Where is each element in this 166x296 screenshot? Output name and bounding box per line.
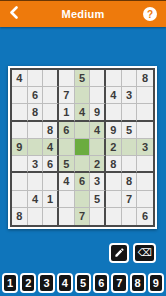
cell-r2c9[interactable] bbox=[137, 87, 153, 104]
app-header: Medium ? bbox=[0, 0, 166, 27]
cell-r3c9[interactable] bbox=[137, 104, 153, 121]
cell-r3c7[interactable] bbox=[106, 104, 122, 121]
cell-r4c6[interactable]: 4 bbox=[90, 122, 106, 139]
cell-r5c4[interactable] bbox=[59, 139, 75, 156]
cell-r4c9[interactable] bbox=[137, 122, 153, 139]
back-button[interactable] bbox=[9, 5, 18, 23]
num-button-5[interactable]: 5 bbox=[75, 273, 91, 293]
cell-r2c7[interactable]: 4 bbox=[106, 87, 122, 104]
cell-r2c4[interactable]: 7 bbox=[59, 87, 75, 104]
cell-r1c1[interactable]: 4 bbox=[12, 70, 28, 87]
cell-r6c1[interactable] bbox=[12, 156, 28, 173]
cell-r6c4[interactable]: 5 bbox=[59, 156, 75, 173]
cell-r7c8[interactable]: 8 bbox=[122, 173, 138, 190]
cell-r4c3[interactable]: 8 bbox=[43, 122, 59, 139]
cell-r3c5[interactable]: 4 bbox=[75, 104, 91, 121]
cell-r3c6[interactable]: 9 bbox=[90, 104, 106, 121]
cell-r5c7[interactable]: 2 bbox=[106, 139, 122, 156]
num-button-1[interactable]: 1 bbox=[2, 273, 18, 293]
cell-r9c8[interactable] bbox=[122, 208, 138, 225]
question-mark-icon: ? bbox=[147, 9, 153, 20]
cell-r8c6[interactable]: 5 bbox=[90, 191, 106, 208]
cell-r4c8[interactable]: 5 bbox=[122, 122, 138, 139]
cell-r1c4[interactable] bbox=[59, 70, 75, 87]
sudoku-grid: 458674381498649594233652846384157876 bbox=[10, 68, 155, 227]
num-button-6[interactable]: 6 bbox=[93, 273, 109, 293]
cell-r7c9[interactable] bbox=[137, 173, 153, 190]
cell-r8c7[interactable] bbox=[106, 191, 122, 208]
cell-r9c6[interactable] bbox=[90, 208, 106, 225]
num-button-7[interactable]: 7 bbox=[111, 273, 127, 293]
cell-r2c6[interactable] bbox=[90, 87, 106, 104]
cell-r4c7[interactable]: 9 bbox=[106, 122, 122, 139]
cell-r7c1[interactable] bbox=[12, 173, 28, 190]
cell-r1c3[interactable] bbox=[43, 70, 59, 87]
cell-r9c7[interactable] bbox=[106, 208, 122, 225]
cell-r1c5[interactable]: 5 bbox=[75, 70, 91, 87]
cell-r7c3[interactable] bbox=[43, 173, 59, 190]
help-button[interactable]: ? bbox=[143, 7, 157, 21]
cell-r2c1[interactable] bbox=[12, 87, 28, 104]
cell-r3c4[interactable]: 1 bbox=[59, 104, 75, 121]
cell-r5c9[interactable]: 3 bbox=[137, 139, 153, 156]
cell-r3c3[interactable] bbox=[43, 104, 59, 121]
cell-r9c4[interactable] bbox=[59, 208, 75, 225]
cell-r8c4[interactable] bbox=[59, 191, 75, 208]
num-button-8[interactable]: 8 bbox=[130, 273, 146, 293]
cell-r1c7[interactable] bbox=[106, 70, 122, 87]
cell-r7c7[interactable] bbox=[106, 173, 122, 190]
cell-r8c3[interactable]: 1 bbox=[43, 191, 59, 208]
cell-r9c1[interactable]: 8 bbox=[12, 208, 28, 225]
cell-r3c1[interactable] bbox=[12, 104, 28, 121]
cell-r7c4[interactable]: 4 bbox=[59, 173, 75, 190]
cell-r1c2[interactable] bbox=[28, 70, 44, 87]
backspace-icon: ⌫ bbox=[137, 248, 151, 258]
cell-r1c8[interactable] bbox=[122, 70, 138, 87]
backspace-button[interactable]: ⌫ bbox=[133, 243, 156, 263]
number-pad: 123456789 bbox=[2, 273, 164, 293]
cell-r8c8[interactable]: 7 bbox=[122, 191, 138, 208]
cell-r4c4[interactable]: 6 bbox=[59, 122, 75, 139]
cell-r5c1[interactable]: 9 bbox=[12, 139, 28, 156]
pencil-icon bbox=[114, 246, 125, 261]
cell-r9c3[interactable] bbox=[43, 208, 59, 225]
cell-r5c8[interactable] bbox=[122, 139, 138, 156]
cell-r5c2[interactable] bbox=[28, 139, 44, 156]
cell-r8c9[interactable] bbox=[137, 191, 153, 208]
cell-r3c2[interactable]: 8 bbox=[28, 104, 44, 121]
cell-r2c2[interactable]: 6 bbox=[28, 87, 44, 104]
cell-r6c2[interactable]: 3 bbox=[28, 156, 44, 173]
cell-r4c1[interactable] bbox=[12, 122, 28, 139]
back-chevron-icon bbox=[9, 5, 18, 23]
cell-r5c3[interactable]: 4 bbox=[43, 139, 59, 156]
cell-r4c5[interactable] bbox=[75, 122, 91, 139]
cell-r9c2[interactable] bbox=[28, 208, 44, 225]
cell-r5c6[interactable] bbox=[90, 139, 106, 156]
num-button-4[interactable]: 4 bbox=[57, 273, 73, 293]
cell-r1c6[interactable] bbox=[90, 70, 106, 87]
cell-r6c9[interactable] bbox=[137, 156, 153, 173]
pencil-notes-button[interactable] bbox=[109, 243, 129, 263]
sudoku-board: 458674381498649594233652846384157876 bbox=[8, 66, 157, 229]
num-button-9[interactable]: 9 bbox=[148, 273, 164, 293]
num-button-2[interactable]: 2 bbox=[20, 273, 36, 293]
cell-r1c9[interactable]: 8 bbox=[137, 70, 153, 87]
cell-r2c8[interactable]: 3 bbox=[122, 87, 138, 104]
cell-r8c2[interactable]: 4 bbox=[28, 191, 44, 208]
cell-r2c3[interactable] bbox=[43, 87, 59, 104]
cell-r6c7[interactable]: 8 bbox=[106, 156, 122, 173]
cell-r6c3[interactable]: 6 bbox=[43, 156, 59, 173]
cell-r7c5[interactable]: 6 bbox=[75, 173, 91, 190]
cell-r9c5[interactable]: 7 bbox=[75, 208, 91, 225]
cell-r9c9[interactable]: 6 bbox=[137, 208, 153, 225]
cell-r6c8[interactable] bbox=[122, 156, 138, 173]
cell-r4c2[interactable] bbox=[28, 122, 44, 139]
cell-r3c8[interactable] bbox=[122, 104, 138, 121]
cell-r7c2[interactable] bbox=[28, 173, 44, 190]
cell-r8c1[interactable] bbox=[12, 191, 28, 208]
cell-r6c5[interactable] bbox=[75, 156, 91, 173]
cell-r8c5[interactable] bbox=[75, 191, 91, 208]
cell-r7c6[interactable]: 3 bbox=[90, 173, 106, 190]
cell-r2c5[interactable] bbox=[75, 87, 91, 104]
page-title: Medium bbox=[0, 8, 166, 20]
cell-r6c6[interactable]: 2 bbox=[90, 156, 106, 173]
num-button-3[interactable]: 3 bbox=[38, 273, 54, 293]
cell-r5c5[interactable] bbox=[75, 139, 91, 156]
